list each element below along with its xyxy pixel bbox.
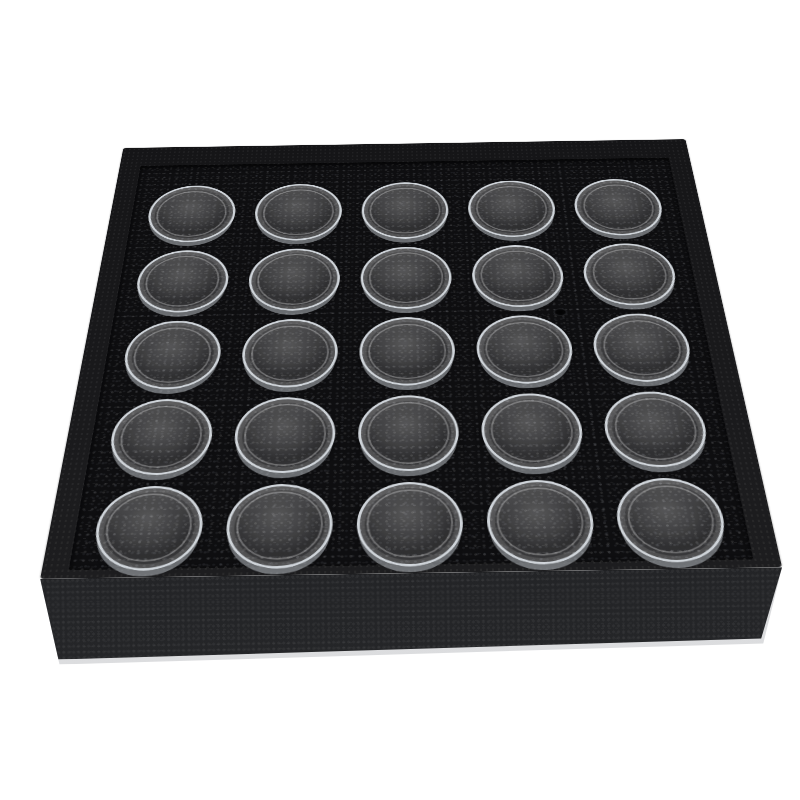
jar-capsule: [246, 248, 341, 311]
jar-capsule: [132, 250, 231, 314]
jar-cell-r1c2: [242, 180, 353, 246]
jar-capsule: [252, 183, 342, 241]
jar-capsule: [580, 243, 681, 306]
jar-capsule: [571, 179, 667, 237]
jar-capsule: [360, 246, 453, 309]
jar-capsule: [144, 185, 238, 243]
jar-cell-r5c3: [344, 476, 478, 574]
jar-cell-r5c1: [75, 479, 219, 577]
jar-cell-r4c1: [92, 393, 227, 481]
jar-capsule: [612, 477, 732, 563]
jar-capsule: [358, 395, 461, 472]
jar-capsule: [119, 320, 224, 390]
jar-cell-r3c1: [107, 316, 235, 396]
jar-cell-r4c4: [468, 388, 599, 476]
jar-cell-r4c2: [219, 392, 348, 480]
product-photo: [0, 0, 800, 800]
jar-cell-r1c1: [133, 181, 248, 247]
jar-cell-r2c5: [569, 239, 693, 311]
jar-cell-r1c3: [351, 178, 460, 244]
jar-cell-r5c2: [209, 478, 345, 576]
jar-cell-r5c5: [599, 472, 745, 569]
jar-capsule: [467, 180, 559, 238]
jar-cell-r3c2: [227, 314, 349, 393]
jar-cell-r1c5: [561, 175, 678, 241]
jar-cell-r5c4: [473, 474, 612, 572]
jar-capsule: [89, 485, 206, 571]
jar-capsule: [105, 398, 216, 475]
jar-cell-r3c3: [348, 312, 468, 391]
jar-capsule: [475, 315, 577, 385]
jar-cell-r4c5: [588, 386, 726, 474]
jar-cell-r3c4: [464, 310, 588, 389]
jar-capsule: [471, 244, 567, 307]
jar-capsule: [600, 391, 713, 468]
display-tray: [0, 0, 800, 800]
jar-capsule: [485, 479, 599, 565]
jar-cell-r4c3: [346, 390, 473, 478]
jar-capsule: [231, 397, 336, 474]
jar-cell-r2c4: [460, 240, 578, 312]
jar-capsule: [239, 319, 338, 389]
tray-top-surface: [40, 139, 782, 579]
jar-cell-r2c2: [235, 244, 351, 316]
jar-cell-r3c5: [578, 309, 708, 388]
jar-grid: [75, 175, 746, 578]
jar-cell-r2c3: [349, 242, 463, 314]
jar-cell-r1c4: [457, 176, 570, 242]
jar-cell-r2c1: [120, 245, 241, 317]
jar-capsule: [223, 483, 334, 569]
jar-capsule: [590, 313, 697, 383]
jar-capsule: [361, 182, 449, 240]
jar-capsule: [356, 481, 465, 567]
jar-capsule: [480, 393, 587, 470]
jar-capsule: [359, 317, 456, 387]
